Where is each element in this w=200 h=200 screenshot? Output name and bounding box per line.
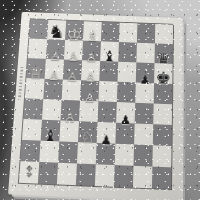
square-a4[interactable] — [23, 98, 43, 119]
white-pawn-b7[interactable]: ♙ — [49, 50, 61, 62]
square-h1[interactable] — [152, 167, 171, 190]
square-b3[interactable]: ♝ — [41, 120, 61, 142]
black-pawn-g6[interactable]: ♟ — [139, 73, 150, 85]
white-bishop-d8[interactable]: ♗ — [85, 29, 99, 44]
board-margin-fine-print — [18, 67, 23, 100]
black-knight-b8[interactable]: ♞ — [48, 23, 66, 41]
square-g3[interactable] — [134, 123, 153, 145]
photograph-of-chessboard: ♞♔♗♙♙♙♝♛♕♙♙♙♟♚♙♙♟♝♘♟✥✥ — [0, 0, 200, 200]
square-g7[interactable] — [136, 43, 155, 63]
square-f1[interactable] — [114, 165, 134, 188]
square-h3[interactable] — [153, 124, 172, 146]
black-queen-h7[interactable]: ♛ — [157, 52, 171, 67]
square-e7[interactable]: ♝ — [100, 41, 119, 61]
white-pawn-c4[interactable]: ♙ — [64, 111, 76, 124]
square-f5[interactable] — [117, 82, 136, 103]
white-pawn-d6[interactable]: ♙ — [84, 71, 96, 83]
square-c4[interactable]: ♙ — [60, 100, 80, 121]
chess-board: ♞♔♗♙♙♙♝♛♕♙♙♙♟♚♙♙♟♝♘♟✥✥ — [19, 19, 173, 189]
square-e4[interactable] — [98, 101, 117, 122]
board-frame: ♞♔♗♙♙♙♝♛♕♙♙♙♟♚♙♙♟♝♘♟✥✥ — [18, 18, 174, 190]
square-a2[interactable] — [20, 140, 40, 162]
square-c1[interactable] — [57, 163, 77, 185]
square-f8[interactable] — [119, 23, 138, 43]
white-pawn-d5[interactable]: ♙ — [83, 91, 95, 104]
square-c2[interactable] — [58, 141, 78, 163]
square-d1[interactable] — [76, 163, 96, 185]
square-f4[interactable]: ♟ — [116, 102, 135, 123]
square-h4[interactable] — [153, 104, 172, 125]
square-h8[interactable] — [155, 24, 173, 44]
square-g6[interactable]: ♟ — [136, 62, 155, 83]
compass-ornament: ✥✥ — [25, 166, 33, 179]
square-d8[interactable]: ♗ — [83, 21, 102, 41]
black-pawn-e3[interactable]: ♟ — [100, 134, 112, 147]
white-queen-a6[interactable]: ♕ — [28, 64, 45, 81]
square-f7[interactable] — [118, 42, 137, 62]
square-b1[interactable] — [38, 162, 58, 184]
square-b8[interactable]: ♞ — [47, 20, 66, 40]
white-pawn-c7[interactable]: ♙ — [67, 51, 79, 63]
square-a1[interactable]: ✥✥ — [19, 161, 39, 183]
black-king-h6[interactable]: ♚ — [155, 70, 171, 87]
square-c8[interactable]: ♔ — [65, 21, 84, 41]
square-e1[interactable] — [95, 164, 115, 186]
square-g4[interactable] — [135, 103, 154, 124]
square-f6[interactable] — [118, 62, 137, 83]
square-h2[interactable] — [152, 145, 171, 167]
white-knight-d3[interactable]: ♘ — [80, 130, 95, 146]
square-e8[interactable] — [101, 22, 120, 42]
chessboard-sheet: ♞♔♗♙♙♙♝♛♕♙♙♙♟♚♙♙♟♝♘♟✥✥ — [8, 12, 183, 200]
white-pawn-c6[interactable]: ♙ — [66, 71, 78, 83]
square-g1[interactable] — [133, 166, 152, 189]
square-a8[interactable] — [29, 19, 48, 39]
white-king-c8[interactable]: ♔ — [66, 27, 82, 43]
black-bishop-b3[interactable]: ♝ — [43, 128, 58, 144]
square-d3[interactable]: ♘ — [78, 121, 98, 143]
square-b4[interactable] — [42, 99, 62, 120]
square-f2[interactable] — [115, 144, 134, 166]
square-a7[interactable] — [28, 38, 47, 58]
square-a6[interactable]: ♕ — [26, 58, 45, 79]
square-a3[interactable] — [22, 119, 42, 141]
square-g8[interactable] — [137, 23, 155, 43]
black-bishop-e7[interactable]: ♝ — [102, 49, 116, 64]
white-pawn-d7[interactable]: ♙ — [85, 51, 97, 63]
white-pawn-b6[interactable]: ♙ — [48, 70, 60, 82]
square-h7[interactable]: ♛ — [154, 43, 172, 63]
square-e3[interactable]: ♟ — [97, 122, 116, 144]
square-g2[interactable] — [133, 144, 152, 166]
square-e5[interactable] — [98, 81, 117, 102]
black-pawn-f4[interactable]: ♟ — [120, 113, 132, 126]
